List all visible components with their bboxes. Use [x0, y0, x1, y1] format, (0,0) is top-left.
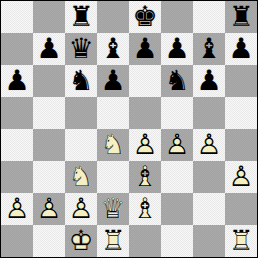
square-b1[interactable] [33, 225, 65, 257]
white-pawn: ♙ [161, 129, 193, 161]
black-pawn: ♟ [193, 65, 225, 97]
white-rook-fill: ♜ [97, 225, 129, 257]
chess-board: ♜♚♜♟♛♝♟♟♝♟♟♞♟♞♟♞♘♟♙♟♙♟♙♞♘♝♗♟♙♟♙♟♙♟♙♛♕♝♗♚… [1, 1, 257, 257]
square-b5[interactable] [33, 97, 65, 129]
square-h5[interactable] [225, 97, 257, 129]
square-b4[interactable] [33, 129, 65, 161]
white-bishop-fill: ♝ [129, 193, 161, 225]
square-a4[interactable] [1, 129, 33, 161]
black-pawn: ♟ [33, 33, 65, 65]
white-pawn-fill: ♟ [33, 193, 65, 225]
square-c5[interactable] [65, 97, 97, 129]
white-rook: ♖ [225, 225, 257, 257]
white-queen: ♕ [97, 193, 129, 225]
white-bishop-fill: ♝ [129, 161, 161, 193]
square-g2[interactable] [193, 193, 225, 225]
black-king: ♚ [129, 1, 161, 33]
square-f6[interactable]: ♞ [161, 65, 193, 97]
square-b6[interactable] [33, 65, 65, 97]
square-e3[interactable]: ♝♗ [129, 161, 161, 193]
square-b7[interactable]: ♟ [33, 33, 65, 65]
square-a3[interactable] [1, 161, 33, 193]
square-d1[interactable]: ♜♖ [97, 225, 129, 257]
square-h6[interactable] [225, 65, 257, 97]
black-bishop: ♝ [97, 33, 129, 65]
chess-board-frame: ♜♚♜♟♛♝♟♟♝♟♟♞♟♞♟♞♘♟♙♟♙♟♙♞♘♝♗♟♙♟♙♟♙♟♙♛♕♝♗♚… [0, 0, 258, 258]
square-g3[interactable] [193, 161, 225, 193]
square-f4[interactable]: ♟♙ [161, 129, 193, 161]
square-f7[interactable]: ♟ [161, 33, 193, 65]
black-rook: ♜ [65, 1, 97, 33]
white-bishop: ♗ [129, 161, 161, 193]
square-c2[interactable]: ♟♙ [65, 193, 97, 225]
square-e1[interactable] [129, 225, 161, 257]
white-pawn: ♙ [33, 193, 65, 225]
square-h4[interactable] [225, 129, 257, 161]
square-d2[interactable]: ♛♕ [97, 193, 129, 225]
square-h8[interactable]: ♜ [225, 1, 257, 33]
square-f1[interactable] [161, 225, 193, 257]
square-e2[interactable]: ♝♗ [129, 193, 161, 225]
white-pawn: ♙ [225, 161, 257, 193]
black-pawn: ♟ [225, 33, 257, 65]
square-b2[interactable]: ♟♙ [33, 193, 65, 225]
square-a7[interactable] [1, 33, 33, 65]
white-rook: ♖ [97, 225, 129, 257]
white-pawn: ♙ [1, 193, 33, 225]
white-knight: ♘ [97, 129, 129, 161]
square-d5[interactable] [97, 97, 129, 129]
square-f8[interactable] [161, 1, 193, 33]
square-a1[interactable] [1, 225, 33, 257]
square-a2[interactable]: ♟♙ [1, 193, 33, 225]
square-d4[interactable]: ♞♘ [97, 129, 129, 161]
white-pawn-fill: ♟ [225, 161, 257, 193]
square-c4[interactable] [65, 129, 97, 161]
square-e6[interactable] [129, 65, 161, 97]
black-knight: ♞ [65, 65, 97, 97]
square-d8[interactable] [97, 1, 129, 33]
square-g6[interactable]: ♟ [193, 65, 225, 97]
square-c1[interactable]: ♚♔ [65, 225, 97, 257]
white-king-fill: ♚ [65, 225, 97, 257]
square-e4[interactable]: ♟♙ [129, 129, 161, 161]
square-h7[interactable]: ♟ [225, 33, 257, 65]
square-b8[interactable] [33, 1, 65, 33]
square-a5[interactable] [1, 97, 33, 129]
white-pawn-fill: ♟ [129, 129, 161, 161]
square-a8[interactable] [1, 1, 33, 33]
black-rook: ♜ [225, 1, 257, 33]
square-e5[interactable] [129, 97, 161, 129]
square-c8[interactable]: ♜ [65, 1, 97, 33]
black-pawn: ♟ [97, 65, 129, 97]
square-g8[interactable] [193, 1, 225, 33]
black-pawn: ♟ [1, 65, 33, 97]
white-pawn-fill: ♟ [65, 193, 97, 225]
white-queen-fill: ♛ [97, 193, 129, 225]
white-rook-fill: ♜ [225, 225, 257, 257]
white-pawn: ♙ [193, 129, 225, 161]
square-g7[interactable]: ♝ [193, 33, 225, 65]
square-d6[interactable]: ♟ [97, 65, 129, 97]
square-h1[interactable]: ♜♖ [225, 225, 257, 257]
black-pawn: ♟ [161, 33, 193, 65]
square-h3[interactable]: ♟♙ [225, 161, 257, 193]
white-knight-fill: ♞ [97, 129, 129, 161]
square-f5[interactable] [161, 97, 193, 129]
square-f2[interactable] [161, 193, 193, 225]
square-c6[interactable]: ♞ [65, 65, 97, 97]
black-queen: ♛ [65, 33, 97, 65]
white-pawn-fill: ♟ [193, 129, 225, 161]
square-a6[interactable]: ♟ [1, 65, 33, 97]
square-c3[interactable]: ♞♘ [65, 161, 97, 193]
square-e7[interactable]: ♟ [129, 33, 161, 65]
square-d7[interactable]: ♝ [97, 33, 129, 65]
white-king: ♔ [65, 225, 97, 257]
white-knight-fill: ♞ [65, 161, 97, 193]
white-bishop: ♗ [129, 193, 161, 225]
white-pawn: ♙ [65, 193, 97, 225]
square-e8[interactable]: ♚ [129, 1, 161, 33]
square-h2[interactable] [225, 193, 257, 225]
square-c7[interactable]: ♛ [65, 33, 97, 65]
white-pawn: ♙ [129, 129, 161, 161]
black-pawn: ♟ [129, 33, 161, 65]
square-g1[interactable] [193, 225, 225, 257]
white-knight: ♘ [65, 161, 97, 193]
square-b3[interactable] [33, 161, 65, 193]
black-bishop: ♝ [193, 33, 225, 65]
white-pawn-fill: ♟ [161, 129, 193, 161]
square-d3[interactable] [97, 161, 129, 193]
square-f3[interactable] [161, 161, 193, 193]
square-g5[interactable] [193, 97, 225, 129]
black-knight: ♞ [161, 65, 193, 97]
square-g4[interactable]: ♟♙ [193, 129, 225, 161]
white-pawn-fill: ♟ [1, 193, 33, 225]
